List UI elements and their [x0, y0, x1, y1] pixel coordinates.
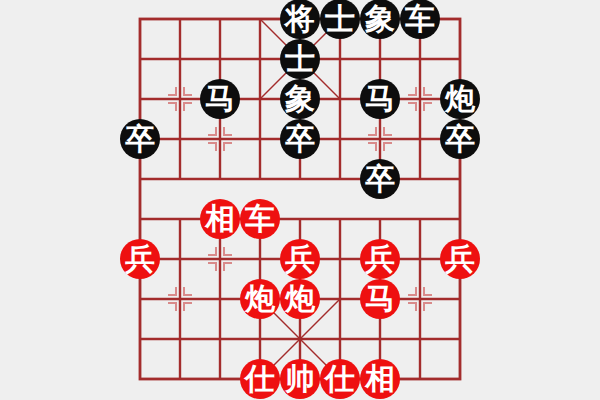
black-soldier-2-piece[interactable]: 卒 — [280, 119, 320, 159]
black-elephant-2-piece[interactable]: 象 — [280, 79, 320, 119]
red-advisor-2-piece[interactable]: 仕 — [320, 359, 360, 399]
black-soldier-1-piece[interactable]: 卒 — [120, 119, 160, 159]
red-soldier-2-piece[interactable]: 兵 — [280, 239, 320, 279]
black-elephant-1-piece[interactable]: 象 — [360, 0, 400, 39]
red-elephant-2-piece[interactable]: 相 — [360, 359, 400, 399]
black-general-piece[interactable]: 将 — [280, 0, 320, 39]
red-chariot-piece[interactable]: 车 — [240, 199, 280, 239]
black-advisor-2-piece[interactable]: 士 — [280, 39, 320, 79]
red-general-piece[interactable]: 帅 — [280, 359, 320, 399]
red-elephant-1-piece[interactable]: 相 — [200, 199, 240, 239]
red-advisor-1-piece[interactable]: 仕 — [240, 359, 280, 399]
black-soldier-4-piece[interactable]: 卒 — [360, 159, 400, 199]
black-soldier-3-piece[interactable]: 卒 — [440, 119, 480, 159]
pieces-layer: 将士象车士马象马炮卒卒卒卒相车兵兵兵兵炮炮马仕帅仕相 — [0, 0, 600, 400]
black-horse-1-piece[interactable]: 马 — [200, 79, 240, 119]
red-cannon-1-piece[interactable]: 炮 — [240, 279, 280, 319]
red-soldier-1-piece[interactable]: 兵 — [120, 239, 160, 279]
xiangqi-screen: 将士象车士马象马炮卒卒卒卒相车兵兵兵兵炮炮马仕帅仕相 — [0, 0, 600, 400]
red-cannon-2-piece[interactable]: 炮 — [280, 279, 320, 319]
black-advisor-1-piece[interactable]: 士 — [320, 0, 360, 39]
red-soldier-3-piece[interactable]: 兵 — [360, 239, 400, 279]
red-soldier-4-piece[interactable]: 兵 — [440, 239, 480, 279]
black-horse-2-piece[interactable]: 马 — [360, 79, 400, 119]
black-cannon-piece[interactable]: 炮 — [440, 79, 480, 119]
red-horse-piece[interactable]: 马 — [360, 279, 400, 319]
black-chariot-piece[interactable]: 车 — [400, 0, 440, 39]
